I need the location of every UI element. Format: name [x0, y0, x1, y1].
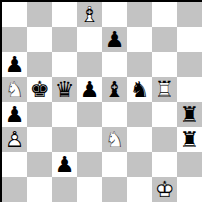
square-a8[interactable] — [2, 2, 27, 27]
square-f8[interactable] — [127, 2, 152, 27]
white-knight-icon: ♘ — [102, 127, 127, 152]
square-b7[interactable] — [27, 27, 52, 52]
square-d3[interactable] — [77, 127, 102, 152]
piece-white-rook-g5[interactable]: ♜♖ — [152, 77, 177, 102]
black-king-icon: ♚ — [27, 77, 52, 102]
square-h2[interactable] — [177, 152, 202, 177]
square-f2[interactable] — [127, 152, 152, 177]
square-d6[interactable] — [77, 52, 102, 77]
square-f5[interactable]: ♞ — [127, 77, 152, 102]
square-c6[interactable] — [52, 52, 77, 77]
square-b2[interactable] — [27, 152, 52, 177]
black-pawn-icon: ♟ — [2, 52, 27, 77]
square-e2[interactable] — [102, 152, 127, 177]
square-d1[interactable] — [77, 177, 102, 202]
square-d7[interactable] — [77, 27, 102, 52]
square-a4[interactable]: ♟ — [2, 102, 27, 127]
square-h7[interactable] — [177, 27, 202, 52]
black-rook-icon: ♜ — [177, 102, 202, 127]
white-king-icon: ♔ — [152, 177, 177, 202]
square-f3[interactable] — [127, 127, 152, 152]
piece-black-pawn-e7[interactable]: ♟ — [102, 27, 127, 52]
white-bishop-icon: ♗ — [77, 2, 102, 27]
square-e6[interactable] — [102, 52, 127, 77]
black-queen-icon: ♛ — [52, 77, 77, 102]
square-a5[interactable]: ♞♘ — [2, 77, 27, 102]
piece-white-king-g1[interactable]: ♚♔ — [152, 177, 177, 202]
piece-black-pawn-a4[interactable]: ♟ — [2, 102, 27, 127]
square-g6[interactable] — [152, 52, 177, 77]
piece-black-pawn-d5[interactable]: ♟ — [77, 77, 102, 102]
square-a1[interactable] — [2, 177, 27, 202]
square-h3[interactable]: ♜ — [177, 127, 202, 152]
square-c8[interactable] — [52, 2, 77, 27]
piece-black-knight-f5[interactable]: ♞ — [127, 77, 152, 102]
piece-black-pawn-a6[interactable]: ♟ — [2, 52, 27, 77]
square-b1[interactable] — [27, 177, 52, 202]
square-c1[interactable] — [52, 177, 77, 202]
square-c2[interactable]: ♟ — [52, 152, 77, 177]
square-h5[interactable] — [177, 77, 202, 102]
black-knight-icon: ♞ — [127, 77, 152, 102]
square-e5[interactable]: ♝ — [102, 77, 127, 102]
square-g7[interactable] — [152, 27, 177, 52]
square-g3[interactable] — [152, 127, 177, 152]
square-f1[interactable] — [127, 177, 152, 202]
piece-white-bishop-d8[interactable]: ♝♗ — [77, 2, 102, 27]
square-d4[interactable] — [77, 102, 102, 127]
square-d2[interactable] — [77, 152, 102, 177]
square-e4[interactable] — [102, 102, 127, 127]
square-h8[interactable] — [177, 2, 202, 27]
square-d5[interactable]: ♟ — [77, 77, 102, 102]
square-g4[interactable] — [152, 102, 177, 127]
square-f7[interactable] — [127, 27, 152, 52]
piece-white-knight-e3[interactable]: ♞♘ — [102, 127, 127, 152]
square-g1[interactable]: ♚♔ — [152, 177, 177, 202]
black-bishop-icon: ♝ — [102, 77, 127, 102]
white-rook-icon: ♖ — [152, 77, 177, 102]
square-c3[interactable] — [52, 127, 77, 152]
piece-black-king-b5[interactable]: ♚ — [27, 77, 52, 102]
black-pawn-icon: ♟ — [102, 27, 127, 52]
square-h1[interactable] — [177, 177, 202, 202]
square-e7[interactable]: ♟ — [102, 27, 127, 52]
square-a3[interactable]: ♟♙ — [2, 127, 27, 152]
piece-black-pawn-c2[interactable]: ♟ — [52, 152, 77, 177]
white-knight-icon: ♘ — [2, 77, 27, 102]
square-a2[interactable] — [2, 152, 27, 177]
square-a7[interactable] — [2, 27, 27, 52]
square-b3[interactable] — [27, 127, 52, 152]
square-g2[interactable] — [152, 152, 177, 177]
square-g8[interactable] — [152, 2, 177, 27]
white-pawn-icon: ♙ — [2, 127, 27, 152]
square-c4[interactable] — [52, 102, 77, 127]
square-a6[interactable]: ♟ — [2, 52, 27, 77]
square-b5[interactable]: ♚ — [27, 77, 52, 102]
square-g5[interactable]: ♜♖ — [152, 77, 177, 102]
square-b8[interactable] — [27, 2, 52, 27]
square-b6[interactable] — [27, 52, 52, 77]
black-pawn-icon: ♟ — [52, 152, 77, 177]
piece-black-queen-c5[interactable]: ♛ — [52, 77, 77, 102]
square-h6[interactable] — [177, 52, 202, 77]
piece-black-rook-h4[interactable]: ♜ — [177, 102, 202, 127]
piece-white-knight-a5[interactable]: ♞♘ — [2, 77, 27, 102]
square-e8[interactable] — [102, 2, 127, 27]
square-e3[interactable]: ♞♘ — [102, 127, 127, 152]
square-f4[interactable] — [127, 102, 152, 127]
square-h4[interactable]: ♜ — [177, 102, 202, 127]
square-b4[interactable] — [27, 102, 52, 127]
piece-black-bishop-e5[interactable]: ♝ — [102, 77, 127, 102]
square-c5[interactable]: ♛ — [52, 77, 77, 102]
piece-black-rook-h3[interactable]: ♜ — [177, 127, 202, 152]
square-f6[interactable] — [127, 52, 152, 77]
square-c7[interactable] — [52, 27, 77, 52]
black-pawn-icon: ♟ — [77, 77, 102, 102]
square-e1[interactable] — [102, 177, 127, 202]
square-d8[interactable]: ♝♗ — [77, 2, 102, 27]
black-rook-icon: ♜ — [177, 127, 202, 152]
black-pawn-icon: ♟ — [2, 102, 27, 127]
piece-white-pawn-a3[interactable]: ♟♙ — [2, 127, 27, 152]
chess-board: ♝♗♟♟♞♘♚♛♟♝♞♜♖♟♜♟♙♞♘♜♟♚♔ — [2, 2, 202, 202]
